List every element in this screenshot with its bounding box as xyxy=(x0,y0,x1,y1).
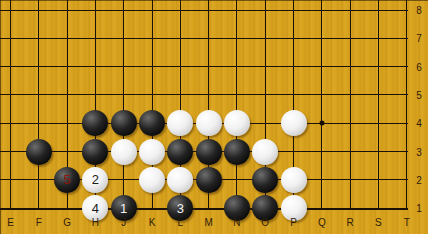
black-stone-N3[interactable] xyxy=(224,139,250,165)
grid-line-row-5 xyxy=(0,94,408,95)
star-point-Q4 xyxy=(319,121,324,126)
grid-line-row-1 xyxy=(0,208,408,210)
row-label-4: 4 xyxy=(416,118,422,129)
image-edge-line-left xyxy=(0,0,1,234)
column-label-R: R xyxy=(346,217,353,228)
grid-line-col-J xyxy=(123,0,124,209)
white-stone-P2[interactable] xyxy=(281,167,307,193)
row-label-5: 5 xyxy=(416,89,422,100)
black-stone-L3[interactable] xyxy=(167,139,193,165)
grid-line-col-E xyxy=(10,0,11,209)
white-stone-O3[interactable] xyxy=(252,139,278,165)
row-label-2: 2 xyxy=(416,174,422,185)
move-2-white-stone-H2[interactable]: 2 xyxy=(82,167,108,193)
row-label-8: 8 xyxy=(416,5,422,16)
grid-line-row-7 xyxy=(0,38,408,39)
black-stone-M2[interactable] xyxy=(196,167,222,193)
column-label-Q: Q xyxy=(318,217,326,228)
black-stone-F3[interactable] xyxy=(26,139,52,165)
black-stone-H4[interactable] xyxy=(82,110,108,136)
row-label-6: 6 xyxy=(416,61,422,72)
black-stone-O2[interactable] xyxy=(252,167,278,193)
grid-line-row-6 xyxy=(0,66,408,67)
row-label-1: 1 xyxy=(416,203,422,214)
column-label-L: L xyxy=(178,217,184,228)
go-board[interactable]: 51324 EFGHJKLMNOPQRST 87654321 xyxy=(0,0,428,234)
grid-line-col-S xyxy=(378,0,379,209)
column-label-J: J xyxy=(121,217,126,228)
column-label-H: H xyxy=(92,217,99,228)
column-label-M: M xyxy=(204,217,212,228)
grid-line-col-R xyxy=(350,0,351,209)
column-label-K: K xyxy=(149,217,156,228)
white-stone-K3[interactable] xyxy=(139,139,165,165)
column-label-E: E xyxy=(7,217,14,228)
white-stone-N4[interactable] xyxy=(224,110,250,136)
row-label-7: 7 xyxy=(416,33,422,44)
column-label-S: S xyxy=(375,217,382,228)
black-stone-H3[interactable] xyxy=(82,139,108,165)
black-stone-K4[interactable] xyxy=(139,110,165,136)
white-stone-L4[interactable] xyxy=(167,110,193,136)
grid-line-col-Q xyxy=(321,0,322,209)
white-stone-K2[interactable] xyxy=(139,167,165,193)
column-label-G: G xyxy=(63,217,71,228)
column-label-P: P xyxy=(290,217,297,228)
image-edge-line-top xyxy=(0,0,428,1)
white-stone-P4[interactable] xyxy=(281,110,307,136)
black-stone-J4[interactable] xyxy=(111,110,137,136)
grid-line-col-N xyxy=(236,0,237,209)
row-label-3: 3 xyxy=(416,146,422,157)
black-stone-M3[interactable] xyxy=(196,139,222,165)
grid-line-col-F xyxy=(38,0,39,209)
white-stone-J3[interactable] xyxy=(111,139,137,165)
white-stone-L2[interactable] xyxy=(167,167,193,193)
column-label-N: N xyxy=(233,217,240,228)
column-label-T: T xyxy=(404,217,410,228)
grid-line-row-8 xyxy=(0,10,408,11)
white-stone-M4[interactable] xyxy=(196,110,222,136)
grid-line-col-T xyxy=(406,0,407,209)
move-5-black-stone-G2[interactable]: 5 xyxy=(54,167,80,193)
column-label-F: F xyxy=(36,217,42,228)
column-label-O: O xyxy=(261,217,269,228)
